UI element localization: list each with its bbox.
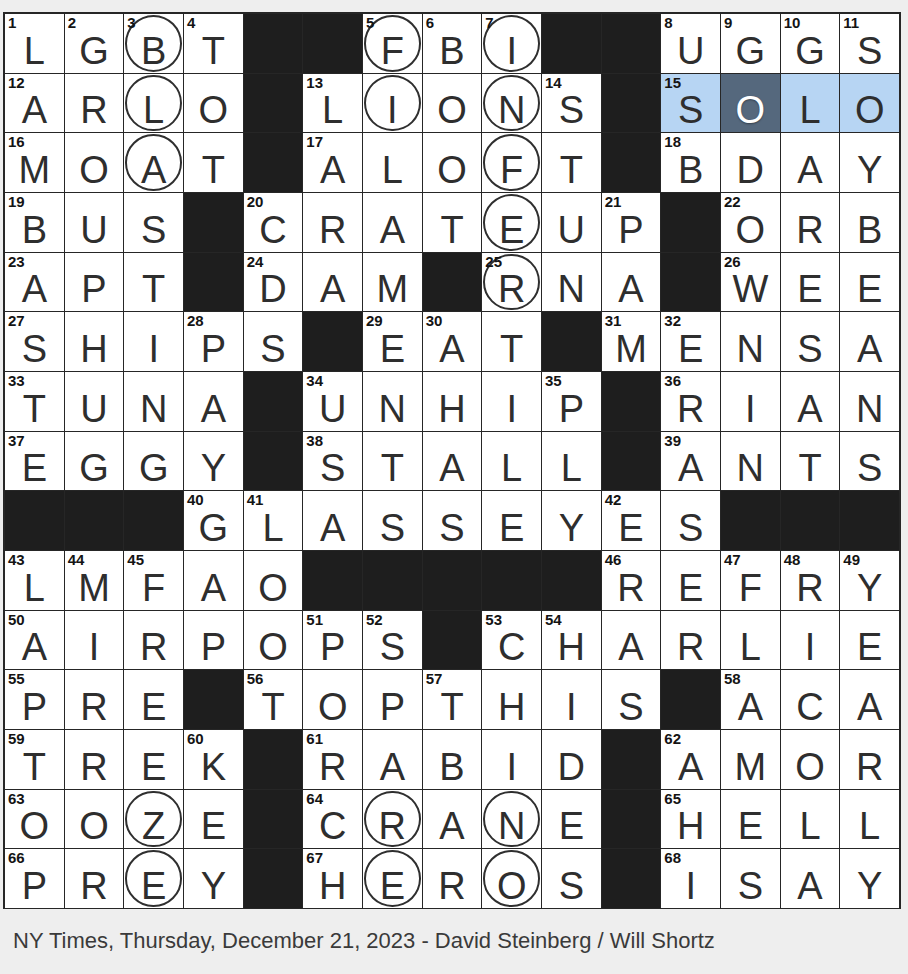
- cell-letter: O: [721, 91, 780, 129]
- cell-r11c13[interactable]: L: [721, 611, 780, 670]
- cell-r11c14[interactable]: I: [781, 611, 840, 670]
- cell-r1c7[interactable]: 5F: [363, 14, 422, 73]
- cell-r6c4[interactable]: 28P: [184, 312, 243, 371]
- cell-r8c12[interactable]: 39A: [661, 432, 720, 491]
- cell-r5c5[interactable]: 24D: [244, 253, 303, 312]
- cell-r7c15[interactable]: N: [840, 372, 899, 431]
- cell-letter: S: [661, 91, 720, 129]
- cell-r7c2[interactable]: U: [65, 372, 124, 431]
- cell-r8c9[interactable]: L: [482, 432, 541, 491]
- cell-letter: O: [721, 211, 780, 249]
- cell-r7c8[interactable]: H: [423, 372, 482, 431]
- cell-r14c13[interactable]: E: [721, 790, 780, 849]
- clue-number-19: 19: [8, 194, 25, 211]
- cell-r12c9[interactable]: H: [482, 670, 541, 729]
- cell-r14c9[interactable]: N: [482, 790, 541, 849]
- cell-r3c7[interactable]: L: [363, 133, 422, 192]
- cell-r9c12[interactable]: S: [661, 491, 720, 550]
- clue-number-22: 22: [724, 194, 741, 211]
- cell-r9c10[interactable]: Y: [542, 491, 601, 550]
- cell-letter: A: [661, 748, 720, 786]
- cell-r3c2[interactable]: O: [65, 133, 124, 192]
- cell-r7c1[interactable]: 33T: [5, 372, 64, 431]
- cell-letter: M: [602, 330, 661, 368]
- cell-r3c4[interactable]: T: [184, 133, 243, 192]
- cell-letter: L: [721, 628, 780, 666]
- cell-r12c13[interactable]: 58A: [721, 670, 780, 729]
- cell-r1c1[interactable]: 1L: [5, 14, 64, 73]
- cell-letter: L: [303, 91, 362, 129]
- cell-r13c12[interactable]: 62A: [661, 730, 720, 789]
- clue-number-18: 18: [664, 134, 681, 151]
- cell-r6c9[interactable]: T: [482, 312, 541, 371]
- cell-r7c6[interactable]: 34U: [303, 372, 362, 431]
- cell-r5c7[interactable]: M: [363, 253, 422, 312]
- clue-number-36: 36: [664, 373, 681, 390]
- cell-letter: P: [542, 390, 601, 428]
- cell-letter: A: [124, 151, 183, 189]
- clue-number-53: 53: [485, 612, 502, 629]
- clue-number-59: 59: [8, 731, 25, 748]
- cell-r10c12[interactable]: E: [661, 551, 720, 610]
- cell-r13c9[interactable]: I: [482, 730, 541, 789]
- cell-letter: Z: [124, 807, 183, 845]
- cell-r12c15[interactable]: A: [840, 670, 899, 729]
- cell-r7c7[interactable]: N: [363, 372, 422, 431]
- clue-number-13: 13: [306, 75, 323, 92]
- cell-r9c6[interactable]: A: [303, 491, 362, 550]
- cell-r8c3[interactable]: G: [124, 432, 183, 491]
- black-square-r1c5: [244, 14, 303, 73]
- cell-letter: R: [65, 748, 124, 786]
- cell-letter: B: [423, 748, 482, 786]
- black-square-r5c8: [423, 253, 482, 312]
- cell-r10c3[interactable]: 45F: [124, 551, 183, 610]
- cell-r11c5[interactable]: O: [244, 611, 303, 670]
- black-square-r1c10: [542, 14, 601, 73]
- cell-letter: A: [184, 569, 243, 607]
- cell-letter: C: [303, 807, 362, 845]
- cell-r9c8[interactable]: S: [423, 491, 482, 550]
- clue-number-62: 62: [664, 731, 681, 748]
- cell-letter: D: [244, 270, 303, 308]
- cell-letter: L: [781, 807, 840, 845]
- cell-r6c11[interactable]: 31M: [602, 312, 661, 371]
- cell-letter: R: [781, 569, 840, 607]
- cell-letter: H: [423, 390, 482, 428]
- black-square-r13c5: [244, 730, 303, 789]
- clue-number-9: 9: [724, 15, 732, 32]
- cell-r10c5[interactable]: O: [244, 551, 303, 610]
- cell-r6c3[interactable]: I: [124, 312, 183, 371]
- cell-letter: M: [65, 569, 124, 607]
- cell-r11c9[interactable]: 53C: [482, 611, 541, 670]
- clue-number-64: 64: [306, 791, 323, 808]
- clue-number-2: 2: [68, 15, 76, 32]
- cell-r2c4[interactable]: O: [184, 74, 243, 133]
- cell-r15c15[interactable]: Y: [840, 849, 899, 908]
- cell-letter: P: [184, 628, 243, 666]
- cell-letter: A: [303, 509, 362, 547]
- cell-r13c15[interactable]: R: [840, 730, 899, 789]
- cell-r13c4[interactable]: 60K: [184, 730, 243, 789]
- cell-letter: E: [482, 211, 541, 249]
- cell-r1c4[interactable]: 4T: [184, 14, 243, 73]
- cell-r4c9[interactable]: E: [482, 193, 541, 252]
- black-square-r6c6: [303, 312, 362, 371]
- cell-letter: R: [363, 807, 422, 845]
- cell-r4c2[interactable]: U: [65, 193, 124, 252]
- cell-r8c8[interactable]: A: [423, 432, 482, 491]
- cell-r15c3[interactable]: E: [124, 849, 183, 908]
- cell-r6c8[interactable]: 30A: [423, 312, 482, 371]
- cell-r6c12[interactable]: 32E: [661, 312, 720, 371]
- clue-number-66: 66: [8, 850, 25, 867]
- cell-r6c1[interactable]: 27S: [5, 312, 64, 371]
- cell-r2c6[interactable]: 13L: [303, 74, 362, 133]
- cell-letter: Y: [184, 867, 243, 905]
- cell-r10c1[interactable]: 43L: [5, 551, 64, 610]
- black-square-r7c5: [244, 372, 303, 431]
- cell-r3c6[interactable]: 17A: [303, 133, 362, 192]
- cell-r9c11[interactable]: 42E: [602, 491, 661, 550]
- cell-letter: E: [124, 867, 183, 905]
- cell-r14c4[interactable]: E: [184, 790, 243, 849]
- black-square-r12c12: [661, 670, 720, 729]
- cell-r5c9[interactable]: 25R: [482, 253, 541, 312]
- clue-number-5: 5: [366, 15, 374, 32]
- cell-r9c7[interactable]: S: [363, 491, 422, 550]
- cell-r13c6[interactable]: 61R: [303, 730, 362, 789]
- cell-letter: O: [5, 807, 64, 845]
- cell-letter: N: [840, 390, 899, 428]
- cell-letter: L: [840, 807, 899, 845]
- cell-r2c7[interactable]: I: [363, 74, 422, 133]
- cell-r15c1[interactable]: 66P: [5, 849, 64, 908]
- cell-r14c1[interactable]: 63O: [5, 790, 64, 849]
- cell-r13c1[interactable]: 59T: [5, 730, 64, 789]
- cell-r5c11[interactable]: A: [602, 253, 661, 312]
- cell-r2c3[interactable]: L: [124, 74, 183, 133]
- black-square-r2c11: [602, 74, 661, 133]
- cell-letter: S: [542, 91, 601, 129]
- cell-letter: Y: [840, 569, 899, 607]
- cell-r15c14[interactable]: A: [781, 849, 840, 908]
- cell-r4c8[interactable]: T: [423, 193, 482, 252]
- cell-r6c5[interactable]: S: [244, 312, 303, 371]
- cell-letter: R: [303, 748, 362, 786]
- cell-letter: B: [661, 151, 720, 189]
- cell-r15c12[interactable]: 68I: [661, 849, 720, 908]
- cell-letter: T: [363, 449, 422, 487]
- cell-r2c12[interactable]: 15S: [661, 74, 720, 133]
- clue-number-23: 23: [8, 254, 25, 271]
- cell-letter: U: [661, 32, 720, 70]
- cell-r2c9[interactable]: N: [482, 74, 541, 133]
- cell-r8c6[interactable]: 38S: [303, 432, 362, 491]
- clue-number-65: 65: [664, 791, 681, 808]
- cell-r13c2[interactable]: R: [65, 730, 124, 789]
- cell-letter: A: [423, 330, 482, 368]
- clue-number-52: 52: [366, 612, 383, 629]
- cell-letter: O: [244, 569, 303, 607]
- cell-r4c5[interactable]: 20C: [244, 193, 303, 252]
- cell-r11c15[interactable]: E: [840, 611, 899, 670]
- cell-r14c14[interactable]: L: [781, 790, 840, 849]
- cell-r10c13[interactable]: 47F: [721, 551, 780, 610]
- cell-r13c10[interactable]: D: [542, 730, 601, 789]
- cell-letter: S: [244, 330, 303, 368]
- cell-r12c5[interactable]: 56T: [244, 670, 303, 729]
- cell-r3c15[interactable]: Y: [840, 133, 899, 192]
- cell-r4c14[interactable]: R: [781, 193, 840, 252]
- cell-r7c10[interactable]: 35P: [542, 372, 601, 431]
- cell-r8c1[interactable]: 37E: [5, 432, 64, 491]
- cell-r12c11[interactable]: S: [602, 670, 661, 729]
- clue-number-10: 10: [784, 15, 801, 32]
- cell-r9c5[interactable]: 41L: [244, 491, 303, 550]
- cell-r13c13[interactable]: M: [721, 730, 780, 789]
- black-square-r6c10: [542, 312, 601, 371]
- cell-r12c10[interactable]: I: [542, 670, 601, 729]
- cell-r7c13[interactable]: I: [721, 372, 780, 431]
- cell-letter: S: [542, 867, 601, 905]
- cell-r10c2[interactable]: 44M: [65, 551, 124, 610]
- clue-number-56: 56: [247, 671, 264, 688]
- cell-r4c15[interactable]: B: [840, 193, 899, 252]
- cell-r2c14[interactable]: L: [781, 74, 840, 133]
- clue-number-27: 27: [8, 313, 25, 330]
- cell-letter: E: [661, 330, 720, 368]
- cell-r14c10[interactable]: E: [542, 790, 601, 849]
- cell-r14c7[interactable]: R: [363, 790, 422, 849]
- cell-r5c15[interactable]: E: [840, 253, 899, 312]
- cell-r15c13[interactable]: S: [721, 849, 780, 908]
- cell-r7c12[interactable]: 36R: [661, 372, 720, 431]
- black-square-r4c12: [661, 193, 720, 252]
- cell-r15c6[interactable]: 67H: [303, 849, 362, 908]
- cell-letter: N: [721, 330, 780, 368]
- clue-number-17: 17: [306, 134, 323, 151]
- cell-r7c14[interactable]: A: [781, 372, 840, 431]
- cell-letter: O: [840, 91, 899, 129]
- cell-letter: R: [303, 211, 362, 249]
- cell-r5c6[interactable]: A: [303, 253, 362, 312]
- cell-r3c1[interactable]: 16M: [5, 133, 64, 192]
- cell-r8c2[interactable]: G: [65, 432, 124, 491]
- cell-r14c2[interactable]: O: [65, 790, 124, 849]
- cell-r10c14[interactable]: 48R: [781, 551, 840, 610]
- cell-letter: L: [542, 449, 601, 487]
- cell-r5c10[interactable]: N: [542, 253, 601, 312]
- cell-r12c3[interactable]: E: [124, 670, 183, 729]
- cell-r13c14[interactable]: O: [781, 730, 840, 789]
- clue-number-63: 63: [8, 791, 25, 808]
- cell-r5c1[interactable]: 23A: [5, 253, 64, 312]
- cell-r4c11[interactable]: 21P: [602, 193, 661, 252]
- clue-number-3: 3: [127, 15, 135, 32]
- cell-letter: F: [124, 569, 183, 607]
- cell-r3c10[interactable]: T: [542, 133, 601, 192]
- cell-r1c13[interactable]: 9G: [721, 14, 780, 73]
- clue-number-47: 47: [724, 552, 741, 569]
- cell-letter: I: [363, 91, 422, 129]
- cell-r2c2[interactable]: R: [65, 74, 124, 133]
- cell-r15c9[interactable]: O: [482, 849, 541, 908]
- cell-r14c8[interactable]: A: [423, 790, 482, 849]
- cell-r11c10[interactable]: 54H: [542, 611, 601, 670]
- cell-letter: M: [5, 151, 64, 189]
- black-square-r11c8: [423, 611, 482, 670]
- cell-r9c4[interactable]: 40G: [184, 491, 243, 550]
- black-square-r10c8: [423, 551, 482, 610]
- cell-letter: T: [423, 211, 482, 249]
- cell-r11c7[interactable]: 52S: [363, 611, 422, 670]
- cell-r5c3[interactable]: T: [124, 253, 183, 312]
- cell-r1c8[interactable]: 6B: [423, 14, 482, 73]
- cell-r8c10[interactable]: L: [542, 432, 601, 491]
- cell-r3c12[interactable]: 18B: [661, 133, 720, 192]
- cell-r8c14[interactable]: T: [781, 432, 840, 491]
- cell-r8c15[interactable]: S: [840, 432, 899, 491]
- cell-letter: N: [363, 390, 422, 428]
- cell-r7c4[interactable]: A: [184, 372, 243, 431]
- black-square-r1c11: [602, 14, 661, 73]
- cell-letter: L: [5, 569, 64, 607]
- cell-r3c13[interactable]: D: [721, 133, 780, 192]
- cell-r15c4[interactable]: Y: [184, 849, 243, 908]
- cell-r9c9[interactable]: E: [482, 491, 541, 550]
- cell-r8c4[interactable]: Y: [184, 432, 243, 491]
- cell-r11c6[interactable]: 51P: [303, 611, 362, 670]
- cell-r6c7[interactable]: 29E: [363, 312, 422, 371]
- cell-letter: O: [781, 748, 840, 786]
- cell-letter: R: [602, 569, 661, 607]
- cell-r12c7[interactable]: P: [363, 670, 422, 729]
- cell-letter: U: [303, 390, 362, 428]
- cell-letter: I: [482, 390, 541, 428]
- cell-letter: S: [363, 628, 422, 666]
- cell-r4c13[interactable]: 22O: [721, 193, 780, 252]
- cell-letter: I: [482, 748, 541, 786]
- cell-r5c2[interactable]: P: [65, 253, 124, 312]
- cell-r3c3[interactable]: A: [124, 133, 183, 192]
- cell-letter: P: [5, 867, 64, 905]
- cell-r14c3[interactable]: Z: [124, 790, 183, 849]
- cell-r3c9[interactable]: F: [482, 133, 541, 192]
- cell-r2c10[interactable]: 14S: [542, 74, 601, 133]
- black-square-r10c9: [482, 551, 541, 610]
- cell-r7c9[interactable]: I: [482, 372, 541, 431]
- cell-letter: R: [482, 270, 541, 308]
- cell-r4c6[interactable]: R: [303, 193, 362, 252]
- cell-r12c2[interactable]: R: [65, 670, 124, 729]
- cell-r12c8[interactable]: 57T: [423, 670, 482, 729]
- cell-letter: B: [840, 211, 899, 249]
- black-square-r10c7: [363, 551, 422, 610]
- cell-letter: W: [721, 270, 780, 308]
- cell-r1c2[interactable]: 2G: [65, 14, 124, 73]
- cell-r14c12[interactable]: 65H: [661, 790, 720, 849]
- cell-letter: O: [482, 867, 541, 905]
- cell-r15c2[interactable]: R: [65, 849, 124, 908]
- cell-letter: N: [124, 390, 183, 428]
- cell-r10c4[interactable]: A: [184, 551, 243, 610]
- cell-r10c11[interactable]: 46R: [602, 551, 661, 610]
- cell-letter: L: [482, 449, 541, 487]
- cell-r1c15[interactable]: 11S: [840, 14, 899, 73]
- clue-number-42: 42: [605, 492, 622, 509]
- cell-r13c7[interactable]: A: [363, 730, 422, 789]
- cell-r4c10[interactable]: U: [542, 193, 601, 252]
- cell-r12c1[interactable]: 55P: [5, 670, 64, 729]
- cell-r6c15[interactable]: A: [840, 312, 899, 371]
- clue-number-8: 8: [664, 15, 672, 32]
- cell-r8c13[interactable]: N: [721, 432, 780, 491]
- cell-r14c15[interactable]: L: [840, 790, 899, 849]
- cell-r12c6[interactable]: O: [303, 670, 362, 729]
- cell-r2c13[interactable]: O: [721, 74, 780, 133]
- cell-letter: D: [542, 748, 601, 786]
- cell-letter: S: [5, 330, 64, 368]
- cell-letter: S: [124, 211, 183, 249]
- cell-r4c3[interactable]: S: [124, 193, 183, 252]
- cell-r11c2[interactable]: I: [65, 611, 124, 670]
- cell-r11c1[interactable]: 50A: [5, 611, 64, 670]
- cell-r3c14[interactable]: A: [781, 133, 840, 192]
- cell-r6c13[interactable]: N: [721, 312, 780, 371]
- cell-r14c6[interactable]: 64C: [303, 790, 362, 849]
- cell-r11c3[interactable]: R: [124, 611, 183, 670]
- black-square-r12c4: [184, 670, 243, 729]
- cell-r3c8[interactable]: O: [423, 133, 482, 192]
- cell-r1c12[interactable]: 8U: [661, 14, 720, 73]
- cell-r13c8[interactable]: B: [423, 730, 482, 789]
- cell-r2c15[interactable]: O: [840, 74, 899, 133]
- cell-r15c8[interactable]: R: [423, 849, 482, 908]
- cell-r10c15[interactable]: 49Y: [840, 551, 899, 610]
- cell-letter: L: [244, 509, 303, 547]
- cell-r11c11[interactable]: A: [602, 611, 661, 670]
- cell-letter: O: [65, 807, 124, 845]
- cell-r2c8[interactable]: O: [423, 74, 482, 133]
- cell-r11c12[interactable]: R: [661, 611, 720, 670]
- cell-r5c14[interactable]: E: [781, 253, 840, 312]
- cell-letter: I: [661, 867, 720, 905]
- black-square-r3c11: [602, 133, 661, 192]
- cell-r1c3[interactable]: 3B: [124, 14, 183, 73]
- cell-letter: I: [65, 628, 124, 666]
- cell-r13c3[interactable]: E: [124, 730, 183, 789]
- cell-r15c10[interactable]: S: [542, 849, 601, 908]
- cell-r5c13[interactable]: 26W: [721, 253, 780, 312]
- cell-r1c14[interactable]: 10G: [781, 14, 840, 73]
- cell-r8c7[interactable]: T: [363, 432, 422, 491]
- clue-number-34: 34: [306, 373, 323, 390]
- cell-r12c14[interactable]: C: [781, 670, 840, 729]
- cell-r2c1[interactable]: 12A: [5, 74, 64, 133]
- clue-number-26: 26: [724, 254, 741, 271]
- cell-r1c9[interactable]: 7I: [482, 14, 541, 73]
- cell-r4c7[interactable]: A: [363, 193, 422, 252]
- cell-r6c2[interactable]: H: [65, 312, 124, 371]
- cell-r4c1[interactable]: 19B: [5, 193, 64, 252]
- cell-r15c7[interactable]: E: [363, 849, 422, 908]
- cell-r6c14[interactable]: S: [781, 312, 840, 371]
- cell-r11c4[interactable]: P: [184, 611, 243, 670]
- cell-r7c3[interactable]: N: [124, 372, 183, 431]
- black-square-r13c11: [602, 730, 661, 789]
